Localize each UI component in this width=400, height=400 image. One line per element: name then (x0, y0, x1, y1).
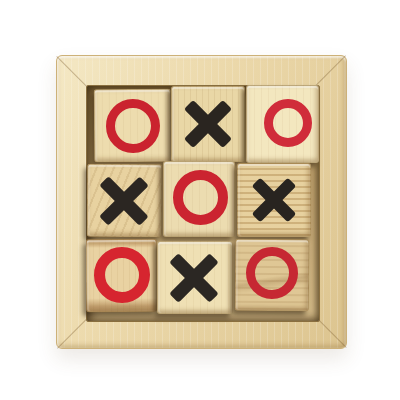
cell-top-right[interactable] (246, 85, 319, 163)
frame-mitre-joint (316, 55, 346, 85)
cell-top-left[interactable] (94, 89, 172, 163)
cell-top-center[interactable] (171, 86, 245, 162)
cell-middle-right[interactable] (237, 163, 311, 237)
frame-mitre-joint (56, 56, 86, 86)
piece-o (105, 98, 159, 152)
product-photo (0, 0, 400, 400)
wooden-box (56, 55, 347, 349)
piece-o (173, 170, 228, 225)
piece-o (246, 247, 298, 299)
piece-x (166, 250, 222, 306)
piece-o (264, 99, 312, 147)
cell-middle-left[interactable] (87, 164, 162, 237)
cell-bottom-right[interactable] (235, 239, 310, 312)
cell-bottom-left[interactable] (86, 239, 157, 312)
frame-mitre-joint (57, 318, 87, 348)
piece-x (96, 172, 152, 228)
cell-bottom-center[interactable] (157, 241, 233, 314)
piece-x (249, 175, 299, 225)
cell-center[interactable] (163, 161, 235, 237)
piece-x (181, 97, 235, 151)
frame-mitre-joint (316, 318, 346, 348)
piece-o (93, 247, 149, 303)
